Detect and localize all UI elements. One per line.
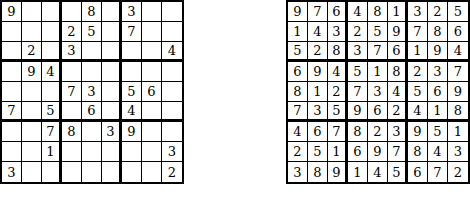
puzzle-cell-r6c7: 4 — [122, 102, 142, 122]
solution-cell-r1c3: 6 — [328, 2, 348, 22]
solution-cell-r3c5: 7 — [368, 42, 388, 62]
solution-cell-r5c7: 5 — [408, 82, 428, 102]
puzzle-cell-r1c2 — [22, 2, 42, 22]
solution-cell-r5c1: 8 — [288, 82, 308, 102]
solution-cell-r1c6: 1 — [388, 2, 408, 22]
solution-cell-r6c3: 5 — [328, 102, 348, 122]
puzzle-cell-r6c1: 7 — [2, 102, 22, 122]
solution-cell-r4c4: 5 — [348, 62, 368, 82]
puzzle-cell-r7c7: 9 — [122, 122, 142, 142]
solution-cell-r9c4: 1 — [348, 162, 368, 182]
solution-cell-r1c1: 9 — [288, 2, 308, 22]
solution-cell-r2c3: 3 — [328, 22, 348, 42]
puzzle-cell-r2c8 — [142, 22, 162, 42]
solution-cell-r2c5: 5 — [368, 22, 388, 42]
solution-cell-r5c4: 7 — [348, 82, 368, 102]
puzzle-cell-r4c9 — [162, 62, 182, 82]
solution-cell-r9c9: 2 — [448, 162, 468, 182]
solution-cell-r6c4: 9 — [348, 102, 368, 122]
puzzle-cell-r6c3: 5 — [42, 102, 62, 122]
puzzle-cell-r9c4 — [62, 162, 82, 182]
solution-cell-r1c7: 3 — [408, 2, 428, 22]
puzzle-cell-r4c7 — [122, 62, 142, 82]
solution-cell-r2c7: 7 — [408, 22, 428, 42]
puzzle-cell-r6c2 — [22, 102, 42, 122]
puzzle-cell-r5c1 — [2, 82, 22, 102]
solution-cell-r2c1: 1 — [288, 22, 308, 42]
puzzle-cell-r3c1 — [2, 42, 22, 62]
solution-cell-r9c6: 5 — [388, 162, 408, 182]
puzzle-cell-r8c5 — [82, 142, 102, 162]
solution-cell-r5c5: 3 — [368, 82, 388, 102]
solution-cell-r6c8: 1 — [428, 102, 448, 122]
puzzle-cell-r3c7 — [122, 42, 142, 62]
solution-cell-r3c3: 8 — [328, 42, 348, 62]
puzzle-cell-r2c2 — [22, 22, 42, 42]
puzzle-cell-r4c5 — [82, 62, 102, 82]
solution-cell-r9c7: 6 — [408, 162, 428, 182]
solution-cell-r9c1: 3 — [288, 162, 308, 182]
solution-cell-r7c3: 7 — [328, 122, 348, 142]
puzzle-cell-r2c1 — [2, 22, 22, 42]
solution-cell-r6c5: 6 — [368, 102, 388, 122]
sudoku-solution-board: 9764813251432597865283761946945182378127… — [286, 0, 470, 184]
solution-cell-r8c2: 5 — [308, 142, 328, 162]
puzzle-cell-r7c4: 8 — [62, 122, 82, 142]
solution-cell-r3c9: 4 — [448, 42, 468, 62]
puzzle-cell-r8c2 — [22, 142, 42, 162]
puzzle-cell-r7c8 — [142, 122, 162, 142]
sudoku-puzzle-board: 983257234947356756478391332 — [0, 0, 184, 184]
solution-cell-r5c8: 6 — [428, 82, 448, 102]
puzzle-cell-r9c6 — [102, 162, 122, 182]
puzzle-cell-r8c4 — [62, 142, 82, 162]
solution-cell-r3c4: 3 — [348, 42, 368, 62]
puzzle-cell-r6c8 — [142, 102, 162, 122]
puzzle-cell-r3c2: 2 — [22, 42, 42, 62]
puzzle-cell-r2c5: 5 — [82, 22, 102, 42]
solution-cell-r8c4: 6 — [348, 142, 368, 162]
solution-cell-r4c3: 4 — [328, 62, 348, 82]
puzzle-cell-r8c7 — [122, 142, 142, 162]
puzzle-cell-r7c2 — [22, 122, 42, 142]
solution-cell-r9c5: 4 — [368, 162, 388, 182]
solution-cell-r4c6: 8 — [388, 62, 408, 82]
solution-cell-r4c1: 6 — [288, 62, 308, 82]
solution-cell-r2c9: 6 — [448, 22, 468, 42]
puzzle-cell-r6c5: 6 — [82, 102, 102, 122]
puzzle-cell-r8c6 — [102, 142, 122, 162]
solution-cell-r1c4: 4 — [348, 2, 368, 22]
puzzle-cell-r1c4 — [62, 2, 82, 22]
solution-cell-r6c6: 2 — [388, 102, 408, 122]
puzzle-cell-r1c8 — [142, 2, 162, 22]
solution-cell-r3c8: 9 — [428, 42, 448, 62]
puzzle-cell-r4c6 — [102, 62, 122, 82]
puzzle-cell-r1c9 — [162, 2, 182, 22]
puzzle-cell-r2c9 — [162, 22, 182, 42]
puzzle-cell-r1c6 — [102, 2, 122, 22]
puzzle-cell-r5c5: 3 — [82, 82, 102, 102]
puzzle-cell-r7c5 — [82, 122, 102, 142]
solution-cell-r3c1: 5 — [288, 42, 308, 62]
solution-cell-r2c4: 2 — [348, 22, 368, 42]
puzzle-cell-r9c8 — [142, 162, 162, 182]
puzzle-cell-r6c9 — [162, 102, 182, 122]
solution-cell-r6c9: 8 — [448, 102, 468, 122]
puzzle-cell-r1c5: 8 — [82, 2, 102, 22]
puzzle-cell-r8c9: 3 — [162, 142, 182, 162]
solution-cell-r2c2: 4 — [308, 22, 328, 42]
solution-cell-r5c3: 2 — [328, 82, 348, 102]
puzzle-cell-r9c9: 2 — [162, 162, 182, 182]
solution-cell-r5c6: 4 — [388, 82, 408, 102]
puzzle-cell-r9c2 — [22, 162, 42, 182]
solution-cell-r3c2: 2 — [308, 42, 328, 62]
puzzle-cell-r6c4 — [62, 102, 82, 122]
solution-cell-r8c1: 2 — [288, 142, 308, 162]
puzzle-cell-r9c5 — [82, 162, 102, 182]
solution-cell-r1c5: 8 — [368, 2, 388, 22]
solution-cell-r7c9: 1 — [448, 122, 468, 142]
solution-cell-r4c9: 7 — [448, 62, 468, 82]
puzzle-cell-r5c2 — [22, 82, 42, 102]
puzzle-cell-r1c7: 3 — [122, 2, 142, 22]
puzzle-cell-r1c3 — [42, 2, 62, 22]
puzzle-cell-r5c7: 5 — [122, 82, 142, 102]
solution-cell-r4c5: 1 — [368, 62, 388, 82]
solution-cell-r7c2: 6 — [308, 122, 328, 142]
solution-cell-r1c2: 7 — [308, 2, 328, 22]
solution-cell-r3c7: 1 — [408, 42, 428, 62]
solution-cell-r3c6: 6 — [388, 42, 408, 62]
puzzle-cell-r4c4 — [62, 62, 82, 82]
puzzle-cell-r2c3 — [42, 22, 62, 42]
puzzle-cell-r3c3 — [42, 42, 62, 62]
solution-cell-r8c3: 1 — [328, 142, 348, 162]
solution-cell-r4c7: 2 — [408, 62, 428, 82]
puzzle-cell-r8c3: 1 — [42, 142, 62, 162]
puzzle-cell-r3c6 — [102, 42, 122, 62]
puzzle-cell-r7c1 — [2, 122, 22, 142]
puzzle-cell-r5c6 — [102, 82, 122, 102]
solution-cell-r7c4: 8 — [348, 122, 368, 142]
solution-cell-r9c8: 7 — [428, 162, 448, 182]
solution-cell-r8c7: 8 — [408, 142, 428, 162]
solution-cell-r2c6: 9 — [388, 22, 408, 42]
puzzle-cell-r3c9: 4 — [162, 42, 182, 62]
solution-cell-r6c2: 3 — [308, 102, 328, 122]
puzzle-cell-r2c6 — [102, 22, 122, 42]
puzzle-cell-r7c9 — [162, 122, 182, 142]
solution-cell-r6c1: 7 — [288, 102, 308, 122]
solution-cell-r8c6: 7 — [388, 142, 408, 162]
puzzle-cell-r1c1: 9 — [2, 2, 22, 22]
puzzle-cell-r4c2: 9 — [22, 62, 42, 82]
puzzle-cell-r2c4: 2 — [62, 22, 82, 42]
solution-cell-r1c9: 5 — [448, 2, 468, 22]
solution-cell-r7c1: 4 — [288, 122, 308, 142]
solution-cell-r9c3: 9 — [328, 162, 348, 182]
puzzle-cell-r7c6: 3 — [102, 122, 122, 142]
puzzle-cell-r9c3 — [42, 162, 62, 182]
puzzle-cell-r4c1 — [2, 62, 22, 82]
solution-cell-r9c2: 8 — [308, 162, 328, 182]
solution-cell-r1c8: 2 — [428, 2, 448, 22]
solution-cell-r2c8: 8 — [428, 22, 448, 42]
solution-cell-r7c5: 2 — [368, 122, 388, 142]
solution-cell-r8c5: 9 — [368, 142, 388, 162]
puzzle-cell-r5c4: 7 — [62, 82, 82, 102]
solution-cell-r7c6: 3 — [388, 122, 408, 142]
puzzle-cell-r5c8: 6 — [142, 82, 162, 102]
puzzle-cell-r3c8 — [142, 42, 162, 62]
solution-cell-r8c9: 3 — [448, 142, 468, 162]
solution-cell-r4c8: 3 — [428, 62, 448, 82]
puzzle-cell-r8c8 — [142, 142, 162, 162]
solution-cell-r6c7: 4 — [408, 102, 428, 122]
puzzle-cell-r3c4: 3 — [62, 42, 82, 62]
puzzle-cell-r5c3 — [42, 82, 62, 102]
puzzle-cell-r2c7: 7 — [122, 22, 142, 42]
solution-cell-r5c2: 1 — [308, 82, 328, 102]
puzzle-cell-r3c5 — [82, 42, 102, 62]
puzzle-cell-r7c3: 7 — [42, 122, 62, 142]
puzzle-cell-r4c8 — [142, 62, 162, 82]
page: 983257234947356756478391332 976481325143… — [0, 0, 470, 199]
solution-cell-r7c8: 5 — [428, 122, 448, 142]
solution-cell-r8c8: 4 — [428, 142, 448, 162]
puzzle-cell-r9c1: 3 — [2, 162, 22, 182]
solution-cell-r5c9: 9 — [448, 82, 468, 102]
solution-cell-r7c7: 9 — [408, 122, 428, 142]
puzzle-cell-r6c6 — [102, 102, 122, 122]
puzzle-cell-r5c9 — [162, 82, 182, 102]
solution-cell-r4c2: 9 — [308, 62, 328, 82]
puzzle-cell-r9c7 — [122, 162, 142, 182]
puzzle-cell-r4c3: 4 — [42, 62, 62, 82]
puzzle-cell-r8c1 — [2, 142, 22, 162]
